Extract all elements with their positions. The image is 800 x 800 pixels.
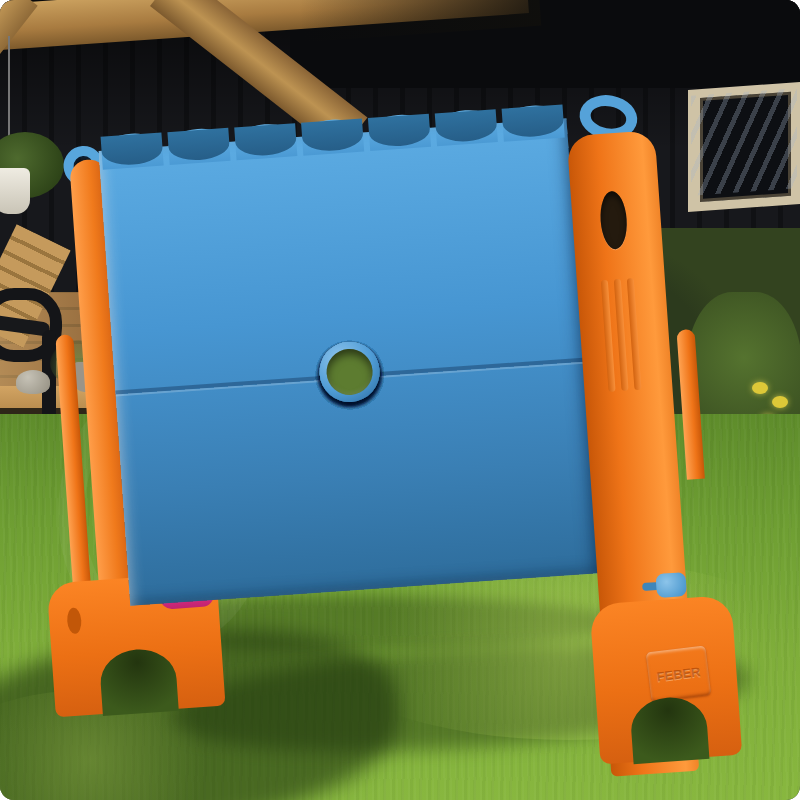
green-tray-disc xyxy=(40,521,42,547)
leg-groove xyxy=(614,279,629,391)
brand-logo-text: FEBER xyxy=(656,664,702,684)
leg-groove xyxy=(601,280,616,392)
cell-r6c7 xyxy=(101,140,597,604)
brand-logo-plate: FEBER xyxy=(646,645,712,702)
board-grid xyxy=(101,140,597,604)
photo-stage: FEBER xyxy=(0,0,800,800)
foot-notch xyxy=(66,607,82,634)
leg-oval-hole xyxy=(599,190,629,250)
right-leg-foot: FEBER xyxy=(589,595,742,765)
hole-socket xyxy=(317,340,381,404)
right-disc-holder-rod-2 xyxy=(676,329,704,480)
board-hole xyxy=(325,347,374,396)
green-tray-disc xyxy=(42,521,44,547)
foot-arch-cutout xyxy=(629,695,709,764)
leg-groove xyxy=(627,278,642,390)
green-tray-disc xyxy=(40,521,42,547)
release-lever-knob xyxy=(655,572,687,598)
green-tray-disc xyxy=(42,521,44,547)
connect-four-set: FEBER xyxy=(0,0,800,800)
foot-arch-cutout xyxy=(99,647,179,716)
game-board xyxy=(99,118,599,606)
